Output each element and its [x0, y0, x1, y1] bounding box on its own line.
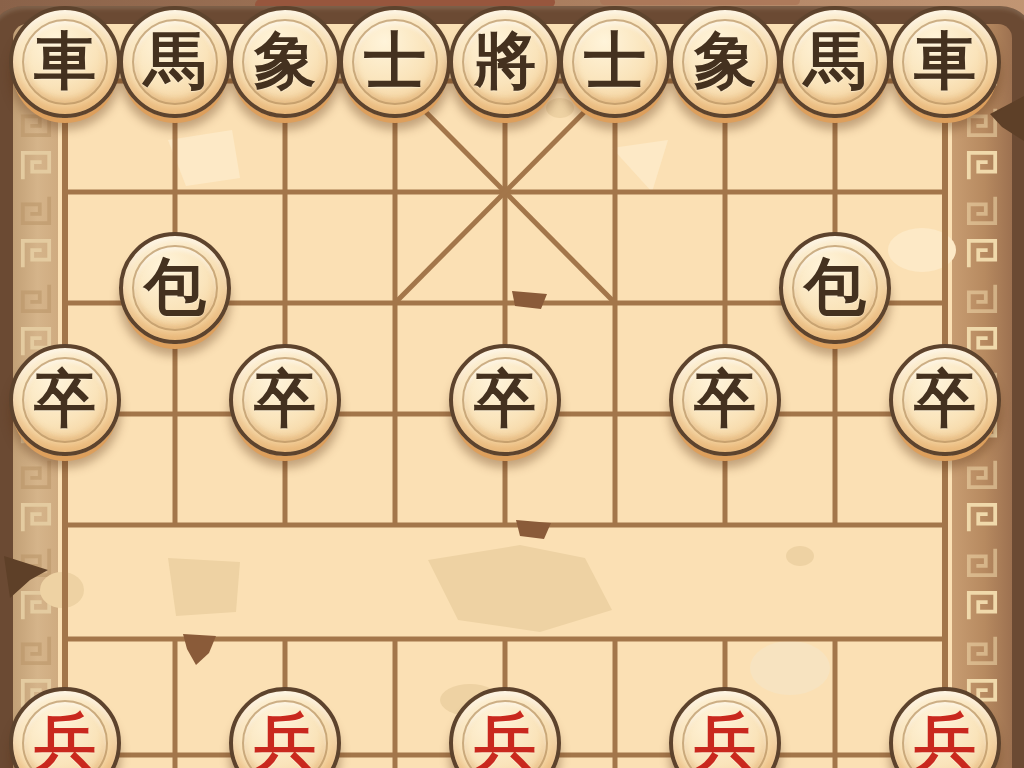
piece-black-elephant[interactable]: 象: [229, 6, 341, 118]
piece-red-soldier[interactable]: 兵: [669, 687, 781, 768]
piece-glyph: 將: [474, 30, 536, 92]
piece-black-chariot[interactable]: 車: [9, 6, 121, 118]
piece-black-cannon[interactable]: 包: [119, 232, 231, 344]
piece-black-horse[interactable]: 馬: [119, 6, 231, 118]
piece-glyph: 卒: [254, 368, 316, 430]
piece-black-elephant[interactable]: 象: [669, 6, 781, 118]
piece-glyph: 車: [34, 30, 96, 92]
piece-black-advisor[interactable]: 士: [559, 6, 671, 118]
piece-glyph: 卒: [914, 368, 976, 430]
piece-glyph: 象: [254, 30, 316, 92]
piece-glyph: 士: [364, 30, 426, 92]
piece-red-soldier[interactable]: 兵: [9, 687, 121, 768]
piece-black-horse[interactable]: 馬: [779, 6, 891, 118]
piece-glyph: 馬: [144, 30, 206, 92]
piece-red-soldier[interactable]: 兵: [229, 687, 341, 768]
pieces-layer: 車馬象士將士象馬車包包卒卒卒卒卒兵兵兵兵兵: [0, 0, 1024, 768]
piece-black-advisor[interactable]: 士: [339, 6, 451, 118]
piece-glyph: 兵: [694, 711, 756, 768]
piece-glyph: 士: [584, 30, 646, 92]
piece-glyph: 兵: [474, 711, 536, 768]
piece-black-chariot[interactable]: 車: [889, 6, 1001, 118]
piece-black-cannon[interactable]: 包: [779, 232, 891, 344]
piece-glyph: 兵: [254, 711, 316, 768]
piece-glyph: 象: [694, 30, 756, 92]
piece-glyph: 包: [144, 256, 206, 318]
piece-red-soldier[interactable]: 兵: [889, 687, 1001, 768]
piece-glyph: 馬: [804, 30, 866, 92]
piece-black-soldier[interactable]: 卒: [449, 344, 561, 456]
piece-black-soldier[interactable]: 卒: [889, 344, 1001, 456]
piece-glyph: 卒: [474, 368, 536, 430]
piece-black-soldier[interactable]: 卒: [229, 344, 341, 456]
piece-glyph: 卒: [34, 368, 96, 430]
piece-glyph: 兵: [914, 711, 976, 768]
piece-black-soldier[interactable]: 卒: [669, 344, 781, 456]
piece-black-soldier[interactable]: 卒: [9, 344, 121, 456]
piece-red-soldier[interactable]: 兵: [449, 687, 561, 768]
piece-glyph: 包: [804, 256, 866, 318]
piece-glyph: 卒: [694, 368, 756, 430]
xiangqi-board-screen: 車馬象士將士象馬車包包卒卒卒卒卒兵兵兵兵兵: [0, 0, 1024, 768]
piece-glyph: 兵: [34, 711, 96, 768]
piece-glyph: 車: [914, 30, 976, 92]
piece-black-general[interactable]: 將: [449, 6, 561, 118]
